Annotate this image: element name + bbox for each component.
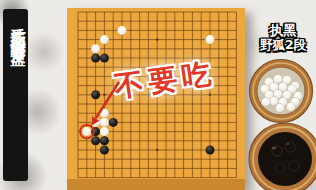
white-stone (206, 35, 215, 44)
black-stone-bowl (249, 123, 316, 190)
white-stone (82, 127, 91, 136)
white-stone-bowl (250, 60, 313, 123)
black-stone (91, 136, 100, 145)
black-stone (100, 146, 109, 155)
white-stone (91, 118, 100, 127)
black-stone (109, 118, 118, 127)
thumbnail-stage: 手筋死活训练营复盘 (0, 0, 316, 190)
white-stone (91, 44, 100, 53)
title-banner: 手筋死活训练营复盘 (3, 9, 28, 181)
black-stone (91, 54, 100, 63)
white-stone (100, 35, 109, 44)
player-caption: 执黑 野狐2段 (252, 23, 314, 52)
black-stone (100, 54, 109, 63)
black-stone (206, 146, 215, 155)
white-stone (100, 127, 109, 136)
white-stone (100, 118, 109, 127)
black-stone (100, 136, 109, 145)
white-stone (100, 109, 109, 118)
caption-line1: 执黑 (252, 23, 314, 38)
white-stone (118, 26, 127, 35)
black-stone (91, 90, 100, 99)
caption-line2: 野狐2段 (252, 38, 314, 52)
